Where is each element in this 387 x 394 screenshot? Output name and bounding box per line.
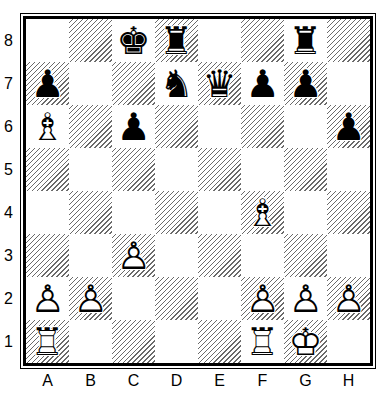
square-b8[interactable] [69, 19, 112, 62]
square-h5[interactable] [327, 148, 370, 191]
square-f8[interactable] [241, 19, 284, 62]
black-pawn[interactable]: ♟♟ [284, 62, 327, 105]
square-h2[interactable]: ♟♙ [327, 277, 370, 320]
black-rook[interactable]: ♜♜ [155, 19, 198, 62]
white-rook[interactable]: ♜♖ [241, 320, 284, 363]
file-label-h: H [327, 372, 370, 390]
white-pawn[interactable]: ♟♙ [241, 277, 284, 320]
square-d1[interactable] [155, 320, 198, 363]
white-bishop[interactable]: ♝♗ [26, 105, 69, 148]
white-bishop-icon: ♗ [26, 105, 69, 148]
black-pawn[interactable]: ♟♟ [26, 62, 69, 105]
white-pawn[interactable]: ♟♙ [284, 277, 327, 320]
white-king[interactable]: ♚♔ [284, 320, 327, 363]
black-rook-icon: ♜ [155, 19, 198, 62]
square-c2[interactable] [112, 277, 155, 320]
square-d2[interactable] [155, 277, 198, 320]
white-pawn-icon: ♙ [69, 277, 112, 320]
square-h6[interactable]: ♟♟ [327, 105, 370, 148]
file-label-e: E [198, 372, 241, 390]
square-h8[interactable] [327, 19, 370, 62]
square-a5[interactable] [26, 148, 69, 191]
square-d5[interactable] [155, 148, 198, 191]
square-b2[interactable]: ♟♙ [69, 277, 112, 320]
square-c7[interactable] [112, 62, 155, 105]
white-pawn-icon: ♙ [327, 277, 370, 320]
square-h4[interactable] [327, 191, 370, 234]
square-d7[interactable]: ♞♞ [155, 62, 198, 105]
square-f2[interactable]: ♟♙ [241, 277, 284, 320]
black-pawn[interactable]: ♟♟ [327, 105, 370, 148]
square-b3[interactable] [69, 234, 112, 277]
square-a8[interactable] [26, 19, 69, 62]
square-g7[interactable]: ♟♟ [284, 62, 327, 105]
file-label-d: D [155, 372, 198, 390]
rank-label-2: 2 [0, 277, 17, 320]
black-king[interactable]: ♚♚ [112, 19, 155, 62]
square-a4[interactable] [26, 191, 69, 234]
file-label-c: C [112, 372, 155, 390]
black-pawn-icon: ♟ [26, 62, 69, 105]
square-c5[interactable] [112, 148, 155, 191]
black-pawn-icon: ♟ [327, 105, 370, 148]
file-label-f: F [241, 372, 284, 390]
black-rook[interactable]: ♜♜ [284, 19, 327, 62]
file-label-a: A [26, 372, 69, 390]
black-pawn-icon: ♟ [284, 62, 327, 105]
board-frame: ♚♚♜♜♜♜♟♟♞♞♛♛♟♟♟♟♝♗♟♟♟♟♝♗♟♙♟♙♟♙♟♙♟♙♟♙♜♖♜♖… [20, 13, 376, 369]
rank-label-5: 5 [0, 148, 17, 191]
square-f4[interactable]: ♝♗ [241, 191, 284, 234]
square-e7[interactable]: ♛♛ [198, 62, 241, 105]
square-a7[interactable]: ♟♟ [26, 62, 69, 105]
square-e8[interactable] [198, 19, 241, 62]
white-rook-icon: ♖ [241, 320, 284, 363]
black-pawn[interactable]: ♟♟ [112, 105, 155, 148]
chess-diagram: 87654321 ♚♚♜♜♜♜♟♟♞♞♛♛♟♟♟♟♝♗♟♟♟♟♝♗♟♙♟♙♟♙♟… [0, 0, 387, 394]
file-labels: ABCDEFGH [26, 372, 370, 390]
black-king-icon: ♚ [112, 19, 155, 62]
square-b7[interactable] [69, 62, 112, 105]
square-c3[interactable]: ♟♙ [112, 234, 155, 277]
square-f1[interactable]: ♜♖ [241, 320, 284, 363]
rank-label-8: 8 [0, 19, 17, 62]
square-e1[interactable] [198, 320, 241, 363]
black-queen-icon: ♛ [198, 62, 241, 105]
square-e4[interactable] [198, 191, 241, 234]
rank-label-1: 1 [0, 320, 17, 363]
black-rook-icon: ♜ [284, 19, 327, 62]
black-pawn-icon: ♟ [241, 62, 284, 105]
square-d6[interactable] [155, 105, 198, 148]
white-pawn[interactable]: ♟♙ [69, 277, 112, 320]
black-queen[interactable]: ♛♛ [198, 62, 241, 105]
square-g3[interactable] [284, 234, 327, 277]
white-king-icon: ♔ [284, 320, 327, 363]
rank-label-7: 7 [0, 62, 17, 105]
rank-labels: 87654321 [0, 19, 17, 363]
square-b6[interactable] [69, 105, 112, 148]
square-c6[interactable]: ♟♟ [112, 105, 155, 148]
white-bishop-icon: ♗ [241, 191, 284, 234]
square-f6[interactable] [241, 105, 284, 148]
square-e3[interactable] [198, 234, 241, 277]
square-g1[interactable]: ♚♔ [284, 320, 327, 363]
rank-label-4: 4 [0, 191, 17, 234]
square-a3[interactable] [26, 234, 69, 277]
white-pawn[interactable]: ♟♙ [112, 234, 155, 277]
square-c4[interactable] [112, 191, 155, 234]
square-g5[interactable] [284, 148, 327, 191]
black-knight-icon: ♞ [155, 62, 198, 105]
rank-label-3: 3 [0, 234, 17, 277]
square-a1[interactable]: ♜♖ [26, 320, 69, 363]
square-h7[interactable] [327, 62, 370, 105]
square-b5[interactable] [69, 148, 112, 191]
square-b4[interactable] [69, 191, 112, 234]
square-f7[interactable]: ♟♟ [241, 62, 284, 105]
square-g2[interactable]: ♟♙ [284, 277, 327, 320]
white-rook[interactable]: ♜♖ [26, 320, 69, 363]
square-a2[interactable]: ♟♙ [26, 277, 69, 320]
square-f3[interactable] [241, 234, 284, 277]
square-g8[interactable]: ♜♜ [284, 19, 327, 62]
white-rook-icon: ♖ [26, 320, 69, 363]
white-pawn[interactable]: ♟♙ [327, 277, 370, 320]
square-a6[interactable]: ♝♗ [26, 105, 69, 148]
black-knight[interactable]: ♞♞ [155, 62, 198, 105]
square-e2[interactable] [198, 277, 241, 320]
chess-board: ♚♚♜♜♜♜♟♟♞♞♛♛♟♟♟♟♝♗♟♟♟♟♝♗♟♙♟♙♟♙♟♙♟♙♟♙♜♖♜♖… [23, 16, 373, 366]
square-c1[interactable] [112, 320, 155, 363]
square-h1[interactable] [327, 320, 370, 363]
white-pawn-icon: ♙ [284, 277, 327, 320]
square-g4[interactable] [284, 191, 327, 234]
white-pawn-icon: ♙ [112, 234, 155, 277]
white-pawn[interactable]: ♟♙ [26, 277, 69, 320]
square-e6[interactable] [198, 105, 241, 148]
square-g6[interactable] [284, 105, 327, 148]
square-b1[interactable] [69, 320, 112, 363]
square-c8[interactable]: ♚♚ [112, 19, 155, 62]
white-pawn-icon: ♙ [26, 277, 69, 320]
square-f5[interactable] [241, 148, 284, 191]
file-label-b: B [69, 372, 112, 390]
white-pawn-icon: ♙ [241, 277, 284, 320]
square-d4[interactable] [155, 191, 198, 234]
square-h3[interactable] [327, 234, 370, 277]
square-d3[interactable] [155, 234, 198, 277]
black-pawn-icon: ♟ [112, 105, 155, 148]
square-e5[interactable] [198, 148, 241, 191]
rank-label-6: 6 [0, 105, 17, 148]
square-d8[interactable]: ♜♜ [155, 19, 198, 62]
file-label-g: G [284, 372, 327, 390]
white-bishop[interactable]: ♝♗ [241, 191, 284, 234]
black-pawn[interactable]: ♟♟ [241, 62, 284, 105]
